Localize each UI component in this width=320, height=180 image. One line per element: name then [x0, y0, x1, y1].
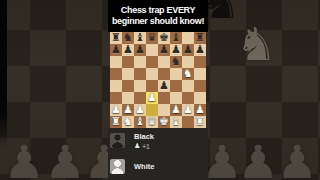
square-f8[interactable]: ♝ [170, 32, 182, 44]
black-pawn-icon: ♟ [123, 44, 133, 55]
white-player-name: White [134, 163, 154, 171]
white-knight-icon: ♞ [123, 116, 133, 127]
square-a3[interactable] [110, 92, 122, 104]
square-f5[interactable] [170, 68, 182, 80]
square-e3[interactable] [158, 92, 170, 104]
square-g6[interactable] [182, 56, 194, 68]
white-rook-icon: ♜ [195, 116, 205, 127]
white-pawn-icon: ♟ [111, 104, 121, 115]
black-player-name: Black [134, 133, 154, 141]
white-pawn-icon: ♟ [135, 104, 145, 115]
black-rook-icon: ♜ [111, 32, 121, 43]
square-e6[interactable] [158, 56, 170, 68]
square-f1[interactable]: ♝ [170, 116, 182, 128]
white-bishop-icon: ♝ [135, 116, 145, 127]
square-b4[interactable] [122, 80, 134, 92]
black-pawn-icon: ♟ [159, 80, 169, 91]
black-knight-icon: ♞ [123, 32, 133, 43]
black-queen-icon: ♛ [147, 32, 157, 43]
square-e5[interactable] [158, 68, 170, 80]
square-d1[interactable]: ♛ [146, 116, 158, 128]
square-g4[interactable] [182, 80, 194, 92]
square-d2[interactable] [146, 104, 158, 116]
video-title-line1: Chess trap EVERY [108, 5, 208, 16]
square-h4[interactable] [194, 80, 206, 92]
square-h7[interactable]: ♟ [194, 44, 206, 56]
square-h8[interactable]: ♜ [194, 32, 206, 44]
black-pawn-icon: ♟ [195, 44, 205, 55]
black-pawn-icon: ♟ [183, 44, 193, 55]
white-knight-icon: ♞ [183, 68, 193, 79]
material-advantage-badge: +1 [142, 143, 149, 150]
video-title: Chess trap EVERY beginner should know! [108, 0, 208, 32]
square-h5[interactable] [194, 68, 206, 80]
square-b2[interactable]: ♟ [122, 104, 134, 116]
square-e4[interactable]: ♟ [158, 80, 170, 92]
square-a6[interactable] [110, 56, 122, 68]
square-a1[interactable]: ♜ [110, 116, 122, 128]
white-rook-icon: ♜ [111, 116, 121, 127]
square-g5[interactable]: ♞ [182, 68, 194, 80]
video-title-line2: beginner should know! [108, 16, 208, 27]
white-pawn-icon: ♟ [195, 104, 205, 115]
square-d5[interactable] [146, 68, 158, 80]
square-a2[interactable]: ♟ [110, 104, 122, 116]
white-king-icon: ♚ [159, 116, 169, 127]
square-g8[interactable] [182, 32, 194, 44]
square-d3[interactable]: ♟ [146, 92, 158, 104]
square-d4[interactable] [146, 80, 158, 92]
captured-white-pawn-icon: ♟ [134, 143, 140, 150]
square-b7[interactable]: ♟ [122, 44, 134, 56]
square-h6[interactable] [194, 56, 206, 68]
square-c1[interactable]: ♝ [134, 116, 146, 128]
square-e7[interactable]: ♟ [158, 44, 170, 56]
square-h1[interactable]: ♜ [194, 116, 206, 128]
square-f3[interactable] [170, 92, 182, 104]
black-pawn-icon: ♟ [111, 44, 121, 55]
square-c2[interactable]: ♟ [134, 104, 146, 116]
square-d7[interactable] [146, 44, 158, 56]
square-g7[interactable]: ♟ [182, 44, 194, 56]
square-f7[interactable]: ♟ [170, 44, 182, 56]
chess-board: ♜♞♝♛♚♝♜♟♟♟♟♟♟♟♞♞♟♟♟♟♟♟♟♟♜♞♝♛♚♝♜ [110, 32, 206, 128]
white-pawn-icon: ♟ [123, 104, 133, 115]
square-c6[interactable] [134, 56, 146, 68]
square-b1[interactable]: ♞ [122, 116, 134, 128]
black-pawn-icon: ♟ [135, 44, 145, 55]
square-h2[interactable]: ♟ [194, 104, 206, 116]
square-b3[interactable] [122, 92, 134, 104]
square-b6[interactable] [122, 56, 134, 68]
white-queen-icon: ♛ [147, 116, 157, 127]
white-pawn-icon: ♟ [183, 104, 193, 115]
square-e1[interactable]: ♚ [158, 116, 170, 128]
square-f2[interactable]: ♟ [170, 104, 182, 116]
black-bishop-icon: ♝ [171, 32, 181, 43]
square-e2[interactable] [158, 104, 170, 116]
square-b8[interactable]: ♞ [122, 32, 134, 44]
square-a7[interactable]: ♟ [110, 44, 122, 56]
black-bishop-icon: ♝ [135, 32, 145, 43]
white-bishop-icon: ♝ [171, 116, 181, 127]
square-d6[interactable] [146, 56, 158, 68]
black-king-icon: ♚ [159, 32, 169, 43]
square-c5[interactable] [134, 68, 146, 80]
black-player-avatar[interactable] [110, 133, 125, 148]
black-player-row: Black ♟ +1 [110, 133, 154, 150]
square-c4[interactable] [134, 80, 146, 92]
black-captured-pieces: ♟ +1 [134, 143, 154, 150]
white-player-avatar[interactable] [110, 159, 125, 174]
square-g1[interactable] [182, 116, 194, 128]
player-panel: Black ♟ +1 White [108, 128, 208, 180]
square-a4[interactable] [110, 80, 122, 92]
square-b5[interactable] [122, 68, 134, 80]
square-e8[interactable]: ♚ [158, 32, 170, 44]
square-a8[interactable]: ♜ [110, 32, 122, 44]
white-pawn-icon: ♟ [171, 104, 181, 115]
white-player-row: White [110, 159, 154, 174]
square-d8[interactable]: ♛ [146, 32, 158, 44]
black-knight-icon: ♞ [171, 56, 181, 67]
square-c3[interactable] [134, 92, 146, 104]
video-frame: ♞♞♟♟♟♟♟♟ Chess trap EVERY beginner shoul… [0, 0, 320, 180]
white-pawn-icon: ♟ [147, 92, 157, 103]
square-g3[interactable] [182, 92, 194, 104]
square-h3[interactable] [194, 92, 206, 104]
content-column: Chess trap EVERY beginner should know! ♜… [108, 0, 208, 180]
square-g2[interactable]: ♟ [182, 104, 194, 116]
square-a5[interactable] [110, 68, 122, 80]
black-pawn-icon: ♟ [171, 44, 181, 55]
black-rook-icon: ♜ [195, 32, 205, 43]
black-pawn-icon: ♟ [159, 44, 169, 55]
square-f6[interactable]: ♞ [170, 56, 182, 68]
square-f4[interactable] [170, 80, 182, 92]
square-c7[interactable]: ♟ [134, 44, 146, 56]
square-c8[interactable]: ♝ [134, 32, 146, 44]
